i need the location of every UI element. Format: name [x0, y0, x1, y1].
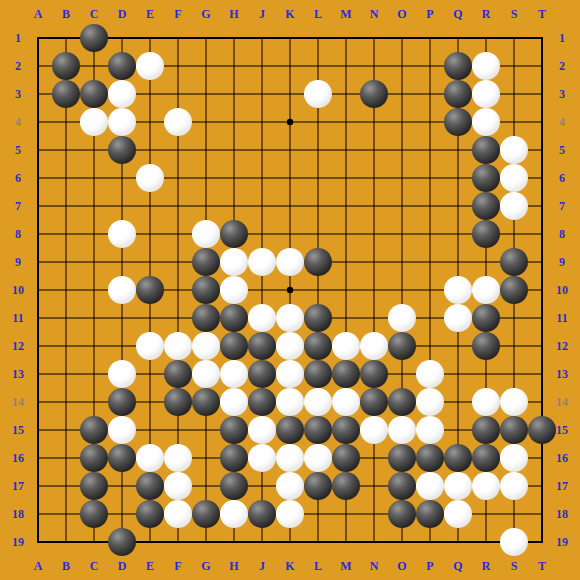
hoshi-point [287, 287, 293, 293]
stone-black [52, 80, 80, 108]
column-label-top: S [511, 8, 518, 20]
column-label-bottom: N [370, 560, 379, 572]
column-label-bottom: B [62, 560, 70, 572]
stone-black [136, 472, 164, 500]
row-label-left: 2 [15, 60, 21, 72]
column-label-top: O [397, 8, 406, 20]
stone-black [472, 136, 500, 164]
column-label-top: N [370, 8, 379, 20]
column-label-top: D [118, 8, 127, 20]
stone-black [248, 500, 276, 528]
column-label-top: F [174, 8, 181, 20]
stone-white [136, 444, 164, 472]
column-label-bottom: P [426, 560, 433, 572]
stone-black [80, 472, 108, 500]
row-label-right: 9 [559, 256, 565, 268]
stone-white [500, 192, 528, 220]
stone-white [164, 500, 192, 528]
stone-black [444, 108, 472, 136]
stone-white [388, 416, 416, 444]
stone-white [472, 108, 500, 136]
stone-black [192, 304, 220, 332]
stone-black [416, 444, 444, 472]
stone-white [304, 388, 332, 416]
stone-black [332, 416, 360, 444]
row-label-left: 8 [15, 228, 21, 240]
stone-white [500, 444, 528, 472]
row-label-left: 11 [12, 312, 23, 324]
column-label-top: T [538, 8, 546, 20]
column-label-bottom: J [259, 560, 265, 572]
stone-black [248, 360, 276, 388]
stone-white [108, 416, 136, 444]
column-label-bottom: F [174, 560, 181, 572]
column-label-top: G [201, 8, 210, 20]
column-label-bottom: O [397, 560, 406, 572]
stone-black [500, 248, 528, 276]
column-label-top: K [285, 8, 294, 20]
row-label-left: 18 [12, 508, 24, 520]
stone-black [472, 416, 500, 444]
stone-black [108, 528, 136, 556]
row-label-left: 7 [15, 200, 21, 212]
column-label-bottom: A [34, 560, 43, 572]
stone-black [164, 360, 192, 388]
stone-white [416, 472, 444, 500]
stone-black [388, 388, 416, 416]
row-label-left: 3 [15, 88, 21, 100]
stone-white [108, 80, 136, 108]
stone-black [248, 332, 276, 360]
stone-black [220, 416, 248, 444]
stone-black [332, 472, 360, 500]
stone-black [220, 332, 248, 360]
row-label-left: 9 [15, 256, 21, 268]
stone-white [332, 332, 360, 360]
column-label-top: M [340, 8, 351, 20]
stone-white [108, 276, 136, 304]
stone-white [444, 276, 472, 304]
stone-white [248, 248, 276, 276]
stone-black [220, 472, 248, 500]
column-label-top: L [314, 8, 322, 20]
column-label-bottom: Q [453, 560, 462, 572]
stone-white [472, 80, 500, 108]
stone-black [80, 416, 108, 444]
stone-black [360, 388, 388, 416]
stone-white [416, 416, 444, 444]
row-label-left: 14 [12, 396, 24, 408]
stone-black [332, 360, 360, 388]
row-label-left: 5 [15, 144, 21, 156]
stone-black [220, 220, 248, 248]
row-label-right: 1 [559, 32, 565, 44]
row-label-right: 5 [559, 144, 565, 156]
stone-black [80, 500, 108, 528]
stone-white [444, 472, 472, 500]
stone-white [164, 472, 192, 500]
stone-white [276, 444, 304, 472]
stone-white [276, 388, 304, 416]
stone-black [304, 248, 332, 276]
stone-black [248, 388, 276, 416]
stone-black [192, 388, 220, 416]
stone-white [220, 500, 248, 528]
row-label-right: 15 [556, 424, 568, 436]
stone-black [192, 500, 220, 528]
stone-black [472, 444, 500, 472]
stone-black [164, 388, 192, 416]
stone-white [248, 304, 276, 332]
column-label-top: Q [453, 8, 462, 20]
stone-black [360, 360, 388, 388]
stone-black [304, 332, 332, 360]
row-label-left: 16 [12, 452, 24, 464]
stone-black [444, 52, 472, 80]
column-label-top: J [259, 8, 265, 20]
column-label-bottom: S [511, 560, 518, 572]
stone-white [416, 360, 444, 388]
stone-black [192, 276, 220, 304]
column-label-bottom: E [146, 560, 154, 572]
column-label-bottom: G [201, 560, 210, 572]
stone-white [472, 276, 500, 304]
stone-black [472, 192, 500, 220]
stone-white [500, 164, 528, 192]
stone-white [304, 80, 332, 108]
column-label-bottom: K [285, 560, 294, 572]
stone-black [304, 472, 332, 500]
stone-white [220, 360, 248, 388]
row-label-left: 10 [12, 284, 24, 296]
stone-black [108, 444, 136, 472]
stone-white [472, 52, 500, 80]
stone-black [472, 304, 500, 332]
row-label-left: 1 [15, 32, 21, 44]
column-label-top: H [229, 8, 238, 20]
stone-black [220, 444, 248, 472]
stone-black [444, 444, 472, 472]
stone-black [388, 472, 416, 500]
stone-white [444, 500, 472, 528]
stone-black [80, 444, 108, 472]
stone-black [472, 220, 500, 248]
stone-white [500, 136, 528, 164]
column-label-bottom: L [314, 560, 322, 572]
row-label-left: 4 [15, 116, 21, 128]
stone-black [108, 136, 136, 164]
column-label-top: C [90, 8, 99, 20]
stone-black [276, 416, 304, 444]
row-label-right: 19 [556, 536, 568, 548]
stone-white [500, 388, 528, 416]
row-label-right: 8 [559, 228, 565, 240]
column-label-bottom: M [340, 560, 351, 572]
stone-black [304, 304, 332, 332]
stone-white [136, 52, 164, 80]
stone-black [108, 52, 136, 80]
stone-black [416, 500, 444, 528]
column-label-bottom: R [482, 560, 491, 572]
row-label-right: 13 [556, 368, 568, 380]
row-label-right: 18 [556, 508, 568, 520]
stone-white [136, 164, 164, 192]
row-label-right: 6 [559, 172, 565, 184]
column-label-bottom: C [90, 560, 99, 572]
row-label-left: 12 [12, 340, 24, 352]
row-label-left: 19 [12, 536, 24, 548]
stone-white [360, 416, 388, 444]
stone-black [136, 276, 164, 304]
stone-white [472, 388, 500, 416]
stone-black [80, 24, 108, 52]
stone-black [528, 416, 556, 444]
stone-black [332, 444, 360, 472]
column-label-bottom: T [538, 560, 546, 572]
stone-white [276, 304, 304, 332]
stone-white [108, 360, 136, 388]
stone-white [220, 276, 248, 304]
column-label-bottom: D [118, 560, 127, 572]
column-label-top: R [482, 8, 491, 20]
stone-black [500, 276, 528, 304]
stone-white [332, 388, 360, 416]
stone-white [500, 528, 528, 556]
stone-white [164, 332, 192, 360]
stone-black [472, 332, 500, 360]
column-label-bottom: H [229, 560, 238, 572]
stone-white [500, 472, 528, 500]
stone-black [388, 332, 416, 360]
stone-white [108, 220, 136, 248]
stone-white [248, 444, 276, 472]
row-label-right: 4 [559, 116, 565, 128]
row-label-left: 17 [12, 480, 24, 492]
stone-white [276, 332, 304, 360]
column-label-top: B [62, 8, 70, 20]
row-label-right: 2 [559, 60, 565, 72]
stone-black [136, 500, 164, 528]
stone-white [164, 444, 192, 472]
stone-black [500, 416, 528, 444]
stone-black [80, 80, 108, 108]
stone-white [192, 332, 220, 360]
stone-white [248, 416, 276, 444]
stone-white [444, 304, 472, 332]
row-label-right: 14 [556, 396, 568, 408]
stone-black [220, 304, 248, 332]
row-label-left: 15 [12, 424, 24, 436]
stone-white [276, 360, 304, 388]
stone-black [304, 416, 332, 444]
stone-white [472, 472, 500, 500]
row-label-left: 6 [15, 172, 21, 184]
stone-white [304, 444, 332, 472]
stone-white [276, 248, 304, 276]
column-label-top: A [34, 8, 43, 20]
stone-white [108, 108, 136, 136]
hoshi-point [287, 119, 293, 125]
row-label-right: 12 [556, 340, 568, 352]
column-label-top: P [426, 8, 433, 20]
stone-black [304, 360, 332, 388]
stone-white [276, 472, 304, 500]
stone-white [192, 360, 220, 388]
go-board[interactable]: AABBCCDDEEFFGGHHJJKKLLMMNNOOPPQQRRSSTT11… [0, 0, 580, 580]
stone-white [136, 332, 164, 360]
row-label-left: 13 [12, 368, 24, 380]
stone-white [388, 304, 416, 332]
row-label-right: 3 [559, 88, 565, 100]
stone-black [388, 444, 416, 472]
row-label-right: 16 [556, 452, 568, 464]
stone-white [192, 220, 220, 248]
stone-black [108, 388, 136, 416]
stone-white [276, 500, 304, 528]
stone-black [52, 52, 80, 80]
stone-white [220, 248, 248, 276]
row-label-right: 7 [559, 200, 565, 212]
stone-white [416, 388, 444, 416]
row-label-right: 10 [556, 284, 568, 296]
stone-black [444, 80, 472, 108]
stone-black [388, 500, 416, 528]
column-label-top: E [146, 8, 154, 20]
stone-white [360, 332, 388, 360]
stone-black [472, 164, 500, 192]
stone-black [360, 80, 388, 108]
stone-white [164, 108, 192, 136]
row-label-right: 17 [556, 480, 568, 492]
stone-white [80, 108, 108, 136]
stone-black [192, 248, 220, 276]
stone-white [220, 388, 248, 416]
row-label-right: 11 [556, 312, 567, 324]
